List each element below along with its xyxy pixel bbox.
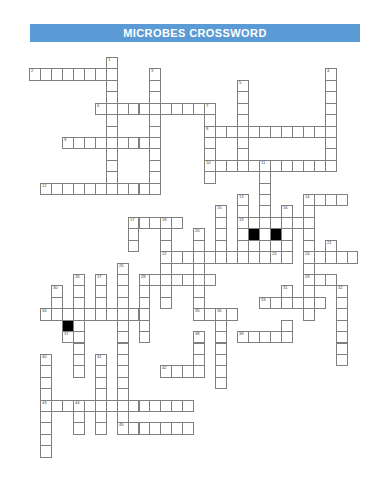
crossword-cell[interactable] [171, 217, 183, 229]
clue-number: 7 [206, 104, 208, 108]
crossword-cell[interactable] [226, 308, 238, 320]
clue-number: 30 [53, 286, 58, 290]
clue-number: 20 [195, 229, 200, 233]
crossword-cell[interactable] [347, 251, 359, 263]
crossword-cell[interactable] [95, 422, 107, 434]
clue-number: 39 [239, 332, 244, 336]
crossword-cell[interactable] [73, 422, 85, 434]
clue-number: 40 [42, 355, 47, 359]
clue-number: 27 [97, 275, 102, 279]
clue-number: 35 [195, 309, 200, 313]
clue-number: 41 [97, 355, 102, 359]
clue-number: 10 [206, 161, 211, 165]
clue-number: 19 [239, 218, 244, 222]
crossword-cell[interactable] [215, 377, 227, 389]
clue-number: 15 [217, 206, 222, 210]
clue-number: 31 [283, 286, 288, 290]
clue-number: 4 [327, 69, 329, 73]
crossword-cell[interactable] [182, 400, 194, 412]
clue-number: 45 [119, 423, 124, 427]
clue-number: 29 [305, 275, 310, 279]
clue-number: 11 [261, 161, 265, 165]
crossword-board: 1234567891011121314151617181920212223242… [0, 0, 386, 500]
crossword-cell[interactable] [281, 331, 293, 343]
clue-number: 8 [206, 127, 208, 131]
crossword-cell[interactable] [204, 274, 216, 286]
clue-number: 36 [217, 309, 222, 313]
clue-number: 6 [97, 104, 99, 108]
crossword-cell[interactable] [139, 331, 151, 343]
crossword-cell[interactable] [182, 422, 194, 434]
crossword-cell[interactable] [204, 171, 216, 183]
clue-number: 18 [162, 218, 167, 222]
clue-number: 43 [42, 401, 47, 405]
clue-number: 32 [338, 286, 343, 290]
clue-number: 22 [162, 252, 167, 256]
clue-number: 26 [75, 275, 80, 279]
clue-number: 14 [305, 195, 310, 199]
clue-number: 16 [283, 206, 288, 210]
clue-number: 38 [195, 332, 200, 336]
crossword-cell[interactable] [314, 297, 326, 309]
crossword-cell[interactable] [160, 297, 172, 309]
clue-number: 25 [119, 264, 124, 268]
crossword-cell[interactable] [303, 308, 315, 320]
clue-number: 28 [141, 275, 146, 279]
clue-number: 5 [239, 81, 241, 85]
clue-number: 21 [327, 241, 332, 245]
clue-number: 23 [272, 252, 277, 256]
crossword-cell[interactable] [336, 194, 348, 206]
clue-number: 2 [31, 69, 33, 73]
clue-number: 44 [75, 401, 80, 405]
clue-number: 42 [162, 366, 167, 370]
crossword-cell[interactable] [336, 354, 348, 366]
crossword-cell[interactable] [73, 365, 85, 377]
clue-number: 37 [64, 332, 69, 336]
crossword-cell[interactable] [193, 365, 205, 377]
clue-number: 13 [239, 195, 244, 199]
worksheet-page: MICROBES CROSSWORD 123456789101112131415… [0, 0, 386, 500]
clue-number: 17 [130, 218, 135, 222]
clue-number: 9 [64, 138, 66, 142]
clue-number: 34 [42, 309, 47, 313]
clue-number: 12 [42, 184, 47, 188]
clue-number: 3 [151, 69, 153, 73]
crossword-cell[interactable] [149, 183, 161, 195]
clue-number: 33 [261, 298, 266, 302]
crossword-cell[interactable] [281, 251, 293, 263]
clue-number: 24 [305, 252, 310, 256]
crossword-cell[interactable] [128, 240, 140, 252]
clue-number: 1 [108, 58, 110, 62]
crossword-cell[interactable] [40, 445, 52, 457]
crossword-cell[interactable] [325, 160, 337, 172]
